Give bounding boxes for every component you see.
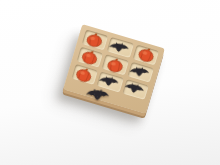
- bat-glyph: [108, 39, 130, 55]
- pumpkin-glyph: [106, 56, 125, 73]
- cell-r0c1: [107, 36, 134, 57]
- board-surface: [63, 24, 165, 114]
- cell-r2c0: [72, 64, 99, 85]
- pumpkin-piece: [106, 56, 125, 73]
- bat-glyph: [85, 85, 111, 103]
- cell-r0c2: [132, 44, 159, 65]
- pumpkin-piece: [80, 47, 101, 67]
- pumpkin-piece: [85, 31, 104, 48]
- bat-piece: [128, 64, 150, 79]
- pumpkin-glyph: [74, 65, 95, 85]
- cell-r2c2: [122, 79, 149, 100]
- bat-piece-off-board: [85, 85, 111, 103]
- tic-tac-toe-board: [63, 24, 165, 114]
- pumpkin-glyph: [136, 44, 157, 64]
- cell-r1c1: [102, 54, 129, 75]
- bat-piece: [108, 39, 130, 55]
- bat-piece: [122, 79, 146, 97]
- pumpkin-piece: [136, 44, 157, 64]
- bat-glyph: [128, 64, 150, 79]
- cell-r1c2: [127, 61, 154, 82]
- pumpkin-glyph: [80, 47, 101, 67]
- pumpkin-piece: [74, 65, 95, 85]
- photo-background: [0, 0, 220, 165]
- off-board-pieces: [83, 83, 112, 105]
- bat-glyph: [122, 79, 146, 97]
- pumpkin-glyph: [85, 31, 104, 48]
